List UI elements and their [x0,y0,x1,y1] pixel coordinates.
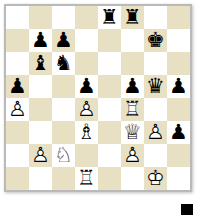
square-g8[interactable] [144,6,167,29]
black-pawn-glyph: ♟︎ [75,75,98,98]
square-g1[interactable]: ♚︎♔︎ [144,167,167,190]
square-d8[interactable] [75,6,98,29]
black-pawn-piece[interactable]: ♟︎ [167,121,190,144]
square-g5[interactable]: ♛︎ [144,75,167,98]
black-pawn-glyph: ♟︎ [6,75,29,98]
white-pawn-piece[interactable]: ♟︎♙︎ [121,144,144,167]
square-b2[interactable]: ♟︎♙︎ [29,144,52,167]
square-b1[interactable] [29,167,52,190]
square-h5[interactable]: ♟︎ [167,75,190,98]
square-f2[interactable]: ♟︎♙︎ [121,144,144,167]
white-queen-outline: ♕︎ [121,121,144,144]
white-rook-outline: ♖︎ [121,98,144,121]
square-h3[interactable]: ♟︎ [167,121,190,144]
square-c1[interactable] [52,167,75,190]
square-h2[interactable] [167,144,190,167]
white-rook-piece[interactable]: ♜︎♖︎ [75,167,98,190]
square-b7[interactable]: ♟︎ [29,29,52,52]
black-pawn-piece[interactable]: ♟︎ [167,75,190,98]
black-pawn-glyph: ♟︎ [167,121,190,144]
white-knight-outline: ♘︎ [52,144,75,167]
black-bishop-piece[interactable]: ♝︎ [29,52,52,75]
square-b4[interactable] [29,98,52,121]
square-c6[interactable]: ♞︎ [52,52,75,75]
white-queen-piece[interactable]: ♛︎♕︎ [121,121,144,144]
square-f3[interactable]: ♛︎♕︎ [121,121,144,144]
white-pawn-piece[interactable]: ♟︎♙︎ [29,144,52,167]
square-h7[interactable] [167,29,190,52]
square-d4[interactable]: ♟︎♙︎ [75,98,98,121]
black-king-glyph: ♚︎ [144,29,167,52]
square-e8[interactable]: ♜︎ [98,6,121,29]
black-queen-glyph: ♛︎ [144,75,167,98]
black-knight-piece[interactable]: ♞︎ [52,52,75,75]
black-pawn-piece[interactable]: ♟︎ [121,75,144,98]
square-f6[interactable] [121,52,144,75]
black-pawn-piece[interactable]: ♟︎ [29,29,52,52]
square-d5[interactable]: ♟︎ [75,75,98,98]
square-h6[interactable] [167,52,190,75]
black-to-move-indicator [181,204,193,215]
white-pawn-outline: ♙︎ [144,121,167,144]
square-b3[interactable] [29,121,52,144]
white-pawn-piece[interactable]: ♟︎♙︎ [144,121,167,144]
black-pawn-glyph: ♟︎ [167,75,190,98]
square-a6[interactable] [6,52,29,75]
square-h8[interactable] [167,6,190,29]
square-f5[interactable]: ♟︎ [121,75,144,98]
black-bishop-glyph: ♝︎ [29,52,52,75]
chess-board: ♜︎♜︎♟︎♟︎♚︎♝︎♞︎♟︎♟︎♟︎♛︎♟︎♟︎♙︎♟︎♙︎♜︎♖︎♝︎♗︎… [4,4,192,192]
black-pawn-piece[interactable]: ♟︎ [52,29,75,52]
square-h4[interactable] [167,98,190,121]
square-d2[interactable] [75,144,98,167]
square-f7[interactable] [121,29,144,52]
white-knight-piece[interactable]: ♞︎♘︎ [52,144,75,167]
square-d6[interactable] [75,52,98,75]
black-rook-piece[interactable]: ♜︎ [121,6,144,29]
square-a8[interactable] [6,6,29,29]
square-e5[interactable] [98,75,121,98]
white-pawn-outline: ♙︎ [6,98,29,121]
black-rook-glyph: ♜︎ [121,6,144,29]
square-g3[interactable]: ♟︎♙︎ [144,121,167,144]
white-pawn-outline: ♙︎ [29,144,52,167]
black-pawn-piece[interactable]: ♟︎ [6,75,29,98]
square-g6[interactable] [144,52,167,75]
square-c8[interactable] [52,6,75,29]
white-king-outline: ♔︎ [144,167,167,190]
black-queen-piece[interactable]: ♛︎ [144,75,167,98]
white-bishop-piece[interactable]: ♝︎♗︎ [75,121,98,144]
square-g2[interactable] [144,144,167,167]
square-a2[interactable] [6,144,29,167]
square-d3[interactable]: ♝︎♗︎ [75,121,98,144]
black-king-piece[interactable]: ♚︎ [144,29,167,52]
square-g4[interactable] [144,98,167,121]
square-e7[interactable] [98,29,121,52]
square-a5[interactable]: ♟︎ [6,75,29,98]
square-e1[interactable] [98,167,121,190]
square-f8[interactable]: ♜︎ [121,6,144,29]
square-b6[interactable]: ♝︎ [29,52,52,75]
square-c3[interactable] [52,121,75,144]
square-c2[interactable]: ♞︎♘︎ [52,144,75,167]
black-rook-glyph: ♜︎ [98,6,121,29]
white-pawn-piece[interactable]: ♟︎♙︎ [6,98,29,121]
square-c7[interactable]: ♟︎ [52,29,75,52]
square-d7[interactable] [75,29,98,52]
square-h1[interactable] [167,167,190,190]
white-bishop-outline: ♗︎ [75,121,98,144]
square-f4[interactable]: ♜︎♖︎ [121,98,144,121]
square-a4[interactable]: ♟︎♙︎ [6,98,29,121]
square-g7[interactable]: ♚︎ [144,29,167,52]
square-e3[interactable] [98,121,121,144]
square-a7[interactable] [6,29,29,52]
white-king-piece[interactable]: ♚︎♔︎ [144,167,167,190]
square-b5[interactable] [29,75,52,98]
square-a3[interactable] [6,121,29,144]
black-knight-glyph: ♞︎ [52,52,75,75]
black-rook-piece[interactable]: ♜︎ [98,6,121,29]
square-f1[interactable] [121,167,144,190]
black-pawn-glyph: ♟︎ [121,75,144,98]
white-pawn-outline: ♙︎ [75,98,98,121]
square-c4[interactable] [52,98,75,121]
black-pawn-glyph: ♟︎ [52,29,75,52]
square-e4[interactable] [98,98,121,121]
black-pawn-glyph: ♟︎ [29,29,52,52]
white-pawn-outline: ♙︎ [121,144,144,167]
black-pawn-piece[interactable]: ♟︎ [75,75,98,98]
square-e2[interactable] [98,144,121,167]
square-c5[interactable] [52,75,75,98]
square-a1[interactable] [6,167,29,190]
white-rook-outline: ♖︎ [75,167,98,190]
square-b8[interactable] [29,6,52,29]
square-d1[interactable]: ♜︎♖︎ [75,167,98,190]
white-pawn-piece[interactable]: ♟︎♙︎ [75,98,98,121]
white-rook-piece[interactable]: ♜︎♖︎ [121,98,144,121]
square-e6[interactable] [98,52,121,75]
